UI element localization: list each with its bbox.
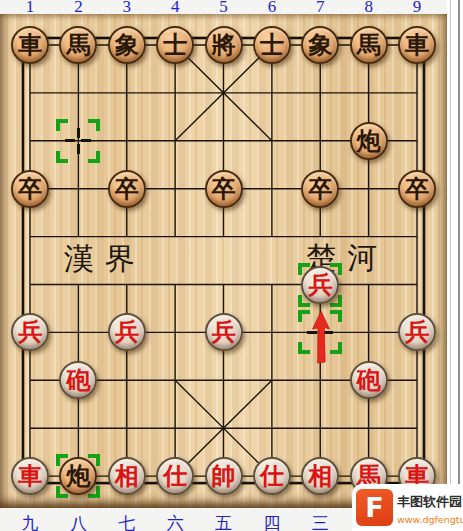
window-edge-panel bbox=[447, 0, 463, 531]
watermark-logo-icon: F bbox=[356, 489, 393, 526]
column-label-bottom-七: 七 bbox=[107, 512, 147, 531]
xiangqi-board[interactable]: 漢界 楚河 bbox=[0, 14, 447, 508]
column-label-bottom-四: 四 bbox=[252, 512, 292, 531]
watermark-badge: F 丰图软件园 www.dgfengtu.com bbox=[352, 484, 463, 531]
watermark-title: 丰图软件园 bbox=[397, 493, 463, 511]
column-label-bottom-三: 三 bbox=[300, 512, 340, 531]
column-label-bottom-八: 八 bbox=[58, 512, 98, 531]
column-label-bottom-五: 五 bbox=[204, 512, 244, 531]
river-label-right: 楚河 bbox=[306, 242, 388, 274]
column-label-bottom-九: 九 bbox=[10, 512, 50, 531]
column-label-bottom-六: 六 bbox=[155, 512, 195, 531]
river-label-left: 漢界 bbox=[64, 243, 146, 275]
xiangqi-game-screen: 123456789 漢界 楚河 車馬象士將士象馬車炮卒卒卒卒卒兵兵兵兵兵砲砲車炮… bbox=[0, 0, 463, 531]
watermark-url[interactable]: www.dgfengtu.com bbox=[397, 514, 463, 525]
